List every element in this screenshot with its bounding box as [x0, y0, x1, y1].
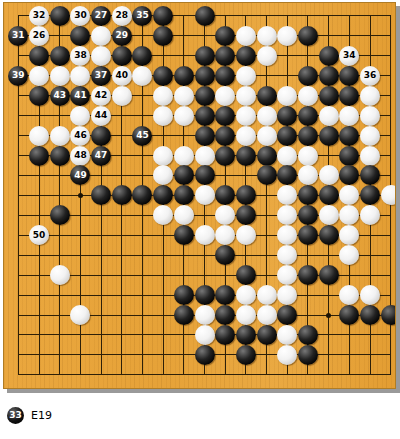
- intersection-c14-r7[interactable]: [277, 126, 298, 146]
- intersection-c10-r19[interactable]: [194, 365, 215, 385]
- intersection-c17-r3[interactable]: 34: [339, 46, 360, 66]
- intersection-c14-r14[interactable]: [277, 265, 298, 285]
- intersection-c15-r6[interactable]: [298, 106, 319, 126]
- intersection-c14-r18[interactable]: [277, 345, 298, 365]
- intersection-c10-r7[interactable]: [194, 126, 215, 146]
- intersection-c9-r12[interactable]: [174, 225, 195, 245]
- intersection-c3-r19[interactable]: [49, 365, 70, 385]
- intersection-c17-r1[interactable]: [339, 6, 360, 26]
- intersection-c9-r8[interactable]: [174, 146, 195, 166]
- intersection-c13-r16[interactable]: [256, 305, 277, 325]
- intersection-c7-r5[interactable]: [132, 86, 153, 106]
- intersection-c7-r2[interactable]: [132, 26, 153, 46]
- intersection-c12-r9[interactable]: [236, 166, 257, 186]
- intersection-c18-r10[interactable]: [360, 185, 381, 205]
- intersection-c18-r17[interactable]: [360, 325, 381, 345]
- intersection-c6-r5[interactable]: [111, 86, 132, 106]
- intersection-c3-r18[interactable]: [49, 345, 70, 365]
- intersection-c8-r14[interactable]: [153, 265, 174, 285]
- intersection-c4-r9[interactable]: 49: [70, 166, 91, 186]
- intersection-c5-r10[interactable]: [91, 185, 112, 205]
- intersection-c1-r14[interactable]: [8, 265, 29, 285]
- intersection-c6-r4[interactable]: 40: [111, 66, 132, 86]
- intersection-c5-r5[interactable]: 42: [91, 86, 112, 106]
- intersection-c16-r8[interactable]: [318, 146, 339, 166]
- intersection-c18-r13[interactable]: [360, 245, 381, 265]
- intersection-c8-r15[interactable]: [153, 285, 174, 305]
- intersection-c16-r1[interactable]: [318, 6, 339, 26]
- intersection-c17-r16[interactable]: [339, 305, 360, 325]
- intersection-c13-r12[interactable]: [256, 225, 277, 245]
- intersection-c8-r17[interactable]: [153, 325, 174, 345]
- intersection-c6-r17[interactable]: [111, 325, 132, 345]
- intersection-c18-r15[interactable]: [360, 285, 381, 305]
- intersection-c12-r4[interactable]: [236, 66, 257, 86]
- intersection-c9-r6[interactable]: [174, 106, 195, 126]
- intersection-c2-r3[interactable]: [29, 46, 50, 66]
- intersection-c3-r10[interactable]: [49, 185, 70, 205]
- intersection-c12-r1[interactable]: [236, 6, 257, 26]
- intersection-c15-r18[interactable]: [298, 345, 319, 365]
- intersection-c15-r4[interactable]: [298, 66, 319, 86]
- intersection-c7-r3[interactable]: [132, 46, 153, 66]
- intersection-c8-r11[interactable]: [153, 205, 174, 225]
- intersection-c11-r2[interactable]: [215, 26, 236, 46]
- intersection-c10-r3[interactable]: [194, 46, 215, 66]
- intersection-c17-r6[interactable]: [339, 106, 360, 126]
- intersection-c19-r15[interactable]: [380, 285, 396, 305]
- intersection-c1-r6[interactable]: [8, 106, 29, 126]
- intersection-c12-r13[interactable]: [236, 245, 257, 265]
- intersection-c1-r10[interactable]: [8, 185, 29, 205]
- intersection-c19-r3[interactable]: [380, 46, 396, 66]
- intersection-c16-r15[interactable]: [318, 285, 339, 305]
- intersection-c13-r18[interactable]: [256, 345, 277, 365]
- intersection-c16-r5[interactable]: [318, 86, 339, 106]
- intersection-c19-r1[interactable]: [380, 6, 396, 26]
- intersection-c14-r8[interactable]: [277, 146, 298, 166]
- intersection-c1-r8[interactable]: [8, 146, 29, 166]
- intersection-c10-r2[interactable]: [194, 26, 215, 46]
- intersection-c3-r1[interactable]: [49, 6, 70, 26]
- intersection-c2-r5[interactable]: [29, 86, 50, 106]
- intersection-c4-r14[interactable]: [70, 265, 91, 285]
- intersection-c15-r14[interactable]: [298, 265, 319, 285]
- intersection-c15-r5[interactable]: [298, 86, 319, 106]
- intersection-c17-r15[interactable]: [339, 285, 360, 305]
- intersection-c10-r6[interactable]: [194, 106, 215, 126]
- intersection-c19-r9[interactable]: [380, 166, 396, 186]
- intersection-c10-r8[interactable]: [194, 146, 215, 166]
- intersection-c2-r16[interactable]: [29, 305, 50, 325]
- intersection-c8-r1[interactable]: [153, 6, 174, 26]
- intersection-c8-r16[interactable]: [153, 305, 174, 325]
- intersection-c15-r7[interactable]: [298, 126, 319, 146]
- intersection-c15-r12[interactable]: [298, 225, 319, 245]
- intersection-c1-r3[interactable]: [8, 46, 29, 66]
- intersection-c10-r16[interactable]: [194, 305, 215, 325]
- intersection-c2-r13[interactable]: [29, 245, 50, 265]
- intersection-c17-r7[interactable]: [339, 126, 360, 146]
- intersection-c11-r16[interactable]: [215, 305, 236, 325]
- intersection-c5-r9[interactable]: [91, 166, 112, 186]
- intersection-c6-r12[interactable]: [111, 225, 132, 245]
- intersection-c2-r12[interactable]: 50: [29, 225, 50, 245]
- intersection-c9-r9[interactable]: [174, 166, 195, 186]
- intersection-c17-r12[interactable]: [339, 225, 360, 245]
- intersection-c13-r5[interactable]: [256, 86, 277, 106]
- intersection-c7-r10[interactable]: [132, 185, 153, 205]
- intersection-c4-r1[interactable]: 30: [70, 6, 91, 26]
- intersection-c7-r12[interactable]: [132, 225, 153, 245]
- intersection-c2-r1[interactable]: 32: [29, 6, 50, 26]
- intersection-c19-r12[interactable]: [380, 225, 396, 245]
- intersection-c3-r6[interactable]: [49, 106, 70, 126]
- intersection-c8-r3[interactable]: [153, 46, 174, 66]
- intersection-c18-r4[interactable]: 36: [360, 66, 381, 86]
- intersection-c5-r13[interactable]: [91, 245, 112, 265]
- intersection-c18-r18[interactable]: [360, 345, 381, 365]
- intersection-c18-r11[interactable]: [360, 205, 381, 225]
- intersection-c1-r4[interactable]: 39: [8, 66, 29, 86]
- intersection-c3-r2[interactable]: [49, 26, 70, 46]
- intersection-c4-r12[interactable]: [70, 225, 91, 245]
- intersection-c17-r2[interactable]: [339, 26, 360, 46]
- intersection-c7-r8[interactable]: [132, 146, 153, 166]
- intersection-c5-r12[interactable]: [91, 225, 112, 245]
- intersection-c6-r19[interactable]: [111, 365, 132, 385]
- intersection-c5-r15[interactable]: [91, 285, 112, 305]
- intersection-c11-r11[interactable]: [215, 205, 236, 225]
- intersection-c3-r8[interactable]: [49, 146, 70, 166]
- intersection-c12-r15[interactable]: [236, 285, 257, 305]
- intersection-c15-r10[interactable]: [298, 185, 319, 205]
- intersection-c9-r2[interactable]: [174, 26, 195, 46]
- intersection-c8-r7[interactable]: [153, 126, 174, 146]
- intersection-c18-r12[interactable]: [360, 225, 381, 245]
- intersection-c3-r4[interactable]: [49, 66, 70, 86]
- intersection-c4-r10[interactable]: [70, 185, 91, 205]
- intersection-c12-r16[interactable]: [236, 305, 257, 325]
- intersection-c13-r3[interactable]: [256, 46, 277, 66]
- intersection-c11-r1[interactable]: [215, 6, 236, 26]
- intersection-c13-r7[interactable]: [256, 126, 277, 146]
- intersection-c14-r3[interactable]: [277, 46, 298, 66]
- intersection-c16-r12[interactable]: [318, 225, 339, 245]
- intersection-c9-r19[interactable]: [174, 365, 195, 385]
- intersection-c10-r12[interactable]: [194, 225, 215, 245]
- intersection-c8-r8[interactable]: [153, 146, 174, 166]
- intersection-c8-r2[interactable]: [153, 26, 174, 46]
- intersection-c17-r14[interactable]: [339, 265, 360, 285]
- intersection-c16-r2[interactable]: [318, 26, 339, 46]
- intersection-c5-r16[interactable]: [91, 305, 112, 325]
- intersection-c1-r17[interactable]: [8, 325, 29, 345]
- intersection-c2-r2[interactable]: 26: [29, 26, 50, 46]
- intersection-c18-r7[interactable]: [360, 126, 381, 146]
- intersection-c19-r16[interactable]: [380, 305, 396, 325]
- intersection-c9-r15[interactable]: [174, 285, 195, 305]
- intersection-c17-r4[interactable]: [339, 66, 360, 86]
- intersection-c13-r19[interactable]: [256, 365, 277, 385]
- intersection-c18-r5[interactable]: [360, 86, 381, 106]
- intersection-c5-r14[interactable]: [91, 265, 112, 285]
- intersection-c19-r11[interactable]: [380, 205, 396, 225]
- intersection-c19-r5[interactable]: [380, 86, 396, 106]
- intersection-c6-r1[interactable]: 28: [111, 6, 132, 26]
- intersection-c17-r9[interactable]: [339, 166, 360, 186]
- intersection-c6-r6[interactable]: [111, 106, 132, 126]
- intersection-c16-r6[interactable]: [318, 106, 339, 126]
- intersection-c10-r17[interactable]: [194, 325, 215, 345]
- intersection-c13-r2[interactable]: [256, 26, 277, 46]
- intersection-c7-r17[interactable]: [132, 325, 153, 345]
- intersection-c6-r15[interactable]: [111, 285, 132, 305]
- intersection-c6-r11[interactable]: [111, 205, 132, 225]
- intersection-c16-r3[interactable]: [318, 46, 339, 66]
- intersection-c16-r13[interactable]: [318, 245, 339, 265]
- intersection-c3-r9[interactable]: [49, 166, 70, 186]
- intersection-c14-r5[interactable]: [277, 86, 298, 106]
- intersection-c16-r14[interactable]: [318, 265, 339, 285]
- intersection-c10-r11[interactable]: [194, 205, 215, 225]
- intersection-c2-r14[interactable]: [29, 265, 50, 285]
- intersection-c10-r9[interactable]: [194, 166, 215, 186]
- intersection-c16-r18[interactable]: [318, 345, 339, 365]
- intersection-c11-r9[interactable]: [215, 166, 236, 186]
- intersection-c10-r15[interactable]: [194, 285, 215, 305]
- intersection-c11-r10[interactable]: [215, 185, 236, 205]
- intersection-c10-r13[interactable]: [194, 245, 215, 265]
- intersection-c18-r16[interactable]: [360, 305, 381, 325]
- intersection-c12-r10[interactable]: [236, 185, 257, 205]
- intersection-c14-r4[interactable]: [277, 66, 298, 86]
- intersection-c2-r15[interactable]: [29, 285, 50, 305]
- intersection-c6-r7[interactable]: [111, 126, 132, 146]
- intersection-c7-r13[interactable]: [132, 245, 153, 265]
- intersection-c4-r4[interactable]: [70, 66, 91, 86]
- intersection-c4-r18[interactable]: [70, 345, 91, 365]
- intersection-c12-r3[interactable]: [236, 46, 257, 66]
- intersection-c17-r11[interactable]: [339, 205, 360, 225]
- intersection-c15-r15[interactable]: [298, 285, 319, 305]
- intersection-c19-r6[interactable]: [380, 106, 396, 126]
- intersection-c5-r3[interactable]: [91, 46, 112, 66]
- intersection-c10-r4[interactable]: [194, 66, 215, 86]
- intersection-c8-r10[interactable]: [153, 185, 174, 205]
- intersection-c9-r10[interactable]: [174, 185, 195, 205]
- intersection-c12-r14[interactable]: [236, 265, 257, 285]
- intersection-c17-r8[interactable]: [339, 146, 360, 166]
- intersection-c8-r5[interactable]: [153, 86, 174, 106]
- intersection-c12-r5[interactable]: [236, 86, 257, 106]
- intersection-c1-r18[interactable]: [8, 345, 29, 365]
- intersection-c8-r19[interactable]: [153, 365, 174, 385]
- intersection-c3-r12[interactable]: [49, 225, 70, 245]
- intersection-c9-r4[interactable]: [174, 66, 195, 86]
- intersection-c16-r19[interactable]: [318, 365, 339, 385]
- intersection-c12-r19[interactable]: [236, 365, 257, 385]
- intersection-c19-r17[interactable]: [380, 325, 396, 345]
- intersection-c13-r14[interactable]: [256, 265, 277, 285]
- intersection-c9-r18[interactable]: [174, 345, 195, 365]
- intersection-c15-r19[interactable]: [298, 365, 319, 385]
- intersection-c19-r2[interactable]: [380, 26, 396, 46]
- intersection-c8-r18[interactable]: [153, 345, 174, 365]
- intersection-c9-r5[interactable]: [174, 86, 195, 106]
- intersection-c2-r10[interactable]: [29, 185, 50, 205]
- intersection-c8-r12[interactable]: [153, 225, 174, 245]
- intersection-c2-r11[interactable]: [29, 205, 50, 225]
- intersection-c4-r19[interactable]: [70, 365, 91, 385]
- intersection-c9-r13[interactable]: [174, 245, 195, 265]
- intersection-c3-r5[interactable]: 43: [49, 86, 70, 106]
- intersection-c18-r19[interactable]: [360, 365, 381, 385]
- intersection-c15-r17[interactable]: [298, 325, 319, 345]
- intersection-c17-r19[interactable]: [339, 365, 360, 385]
- intersection-c5-r18[interactable]: [91, 345, 112, 365]
- intersection-c4-r7[interactable]: 46: [70, 126, 91, 146]
- intersection-c10-r14[interactable]: [194, 265, 215, 285]
- intersection-c1-r16[interactable]: [8, 305, 29, 325]
- intersection-c1-r9[interactable]: [8, 166, 29, 186]
- intersection-c9-r16[interactable]: [174, 305, 195, 325]
- intersection-c13-r11[interactable]: [256, 205, 277, 225]
- intersection-c19-r13[interactable]: [380, 245, 396, 265]
- intersection-c13-r6[interactable]: [256, 106, 277, 126]
- intersection-c17-r13[interactable]: [339, 245, 360, 265]
- intersection-c15-r1[interactable]: [298, 6, 319, 26]
- intersection-c11-r3[interactable]: [215, 46, 236, 66]
- intersection-c11-r7[interactable]: [215, 126, 236, 146]
- intersection-c8-r4[interactable]: [153, 66, 174, 86]
- intersection-c18-r3[interactable]: [360, 46, 381, 66]
- intersection-c3-r3[interactable]: [49, 46, 70, 66]
- intersection-c18-r2[interactable]: [360, 26, 381, 46]
- intersection-c7-r7[interactable]: 45: [132, 126, 153, 146]
- intersection-c6-r8[interactable]: [111, 146, 132, 166]
- intersection-c7-r11[interactable]: [132, 205, 153, 225]
- intersection-c3-r16[interactable]: [49, 305, 70, 325]
- intersection-c6-r10[interactable]: [111, 185, 132, 205]
- intersection-c4-r15[interactable]: [70, 285, 91, 305]
- intersection-c14-r6[interactable]: [277, 106, 298, 126]
- intersection-c13-r9[interactable]: [256, 166, 277, 186]
- intersection-c11-r12[interactable]: [215, 225, 236, 245]
- intersection-c4-r6[interactable]: [70, 106, 91, 126]
- intersection-c19-r8[interactable]: [380, 146, 396, 166]
- intersection-c5-r1[interactable]: 27: [91, 6, 112, 26]
- intersection-c16-r9[interactable]: [318, 166, 339, 186]
- intersection-c12-r8[interactable]: [236, 146, 257, 166]
- intersection-c19-r4[interactable]: [380, 66, 396, 86]
- intersection-c1-r12[interactable]: [8, 225, 29, 245]
- intersection-c9-r3[interactable]: [174, 46, 195, 66]
- intersection-c19-r7[interactable]: [380, 126, 396, 146]
- intersection-c16-r11[interactable]: [318, 205, 339, 225]
- intersection-c18-r1[interactable]: [360, 6, 381, 26]
- intersection-c12-r17[interactable]: [236, 325, 257, 345]
- intersection-c3-r13[interactable]: [49, 245, 70, 265]
- intersection-c11-r19[interactable]: [215, 365, 236, 385]
- intersection-c5-r8[interactable]: 47: [91, 146, 112, 166]
- intersection-c6-r14[interactable]: [111, 265, 132, 285]
- intersection-c7-r4[interactable]: [132, 66, 153, 86]
- intersection-c17-r10[interactable]: [339, 185, 360, 205]
- intersection-c13-r4[interactable]: [256, 66, 277, 86]
- intersection-c12-r7[interactable]: [236, 126, 257, 146]
- intersection-c2-r7[interactable]: [29, 126, 50, 146]
- intersection-c17-r18[interactable]: [339, 345, 360, 365]
- intersection-c17-r17[interactable]: [339, 325, 360, 345]
- intersection-c4-r5[interactable]: 41: [70, 86, 91, 106]
- intersection-c14-r2[interactable]: [277, 26, 298, 46]
- intersection-c2-r4[interactable]: [29, 66, 50, 86]
- intersection-c14-r9[interactable]: [277, 166, 298, 186]
- intersection-c16-r7[interactable]: [318, 126, 339, 146]
- intersection-c10-r5[interactable]: [194, 86, 215, 106]
- intersection-c1-r15[interactable]: [8, 285, 29, 305]
- intersection-c1-r5[interactable]: [8, 86, 29, 106]
- intersection-c2-r9[interactable]: [29, 166, 50, 186]
- intersection-c7-r18[interactable]: [132, 345, 153, 365]
- intersection-c7-r15[interactable]: [132, 285, 153, 305]
- intersection-c11-r18[interactable]: [215, 345, 236, 365]
- intersection-c17-r5[interactable]: [339, 86, 360, 106]
- intersection-c18-r8[interactable]: [360, 146, 381, 166]
- intersection-c6-r9[interactable]: [111, 166, 132, 186]
- intersection-c3-r11[interactable]: [49, 205, 70, 225]
- intersection-c12-r2[interactable]: [236, 26, 257, 46]
- intersection-c8-r9[interactable]: [153, 166, 174, 186]
- intersection-c19-r18[interactable]: [380, 345, 396, 365]
- intersection-c15-r8[interactable]: [298, 146, 319, 166]
- intersection-c19-r10[interactable]: [380, 185, 396, 205]
- intersection-c14-r13[interactable]: [277, 245, 298, 265]
- intersection-c7-r9[interactable]: [132, 166, 153, 186]
- intersection-c3-r7[interactable]: [49, 126, 70, 146]
- intersection-c15-r11[interactable]: [298, 205, 319, 225]
- intersection-c11-r15[interactable]: [215, 285, 236, 305]
- intersection-c13-r15[interactable]: [256, 285, 277, 305]
- intersection-c2-r8[interactable]: [29, 146, 50, 166]
- intersection-c4-r17[interactable]: [70, 325, 91, 345]
- intersection-c18-r6[interactable]: [360, 106, 381, 126]
- intersection-c14-r16[interactable]: [277, 305, 298, 325]
- intersection-c14-r1[interactable]: [277, 6, 298, 26]
- intersection-c9-r14[interactable]: [174, 265, 195, 285]
- intersection-c19-r14[interactable]: [380, 265, 396, 285]
- intersection-c3-r15[interactable]: [49, 285, 70, 305]
- intersection-c3-r17[interactable]: [49, 325, 70, 345]
- intersection-c5-r19[interactable]: [91, 365, 112, 385]
- intersection-c15-r3[interactable]: [298, 46, 319, 66]
- intersection-c16-r10[interactable]: [318, 185, 339, 205]
- intersection-c12-r12[interactable]: [236, 225, 257, 245]
- intersection-c5-r7[interactable]: [91, 126, 112, 146]
- intersection-c6-r18[interactable]: [111, 345, 132, 365]
- intersection-c3-r14[interactable]: [49, 265, 70, 285]
- intersection-c11-r4[interactable]: [215, 66, 236, 86]
- intersection-c15-r2[interactable]: [298, 26, 319, 46]
- intersection-c7-r1[interactable]: 35: [132, 6, 153, 26]
- intersection-c5-r6[interactable]: 44: [91, 106, 112, 126]
- intersection-c6-r16[interactable]: [111, 305, 132, 325]
- intersection-c1-r1[interactable]: [8, 6, 29, 26]
- intersection-c2-r6[interactable]: [29, 106, 50, 126]
- intersection-c1-r13[interactable]: [8, 245, 29, 265]
- intersection-c5-r4[interactable]: 37: [91, 66, 112, 86]
